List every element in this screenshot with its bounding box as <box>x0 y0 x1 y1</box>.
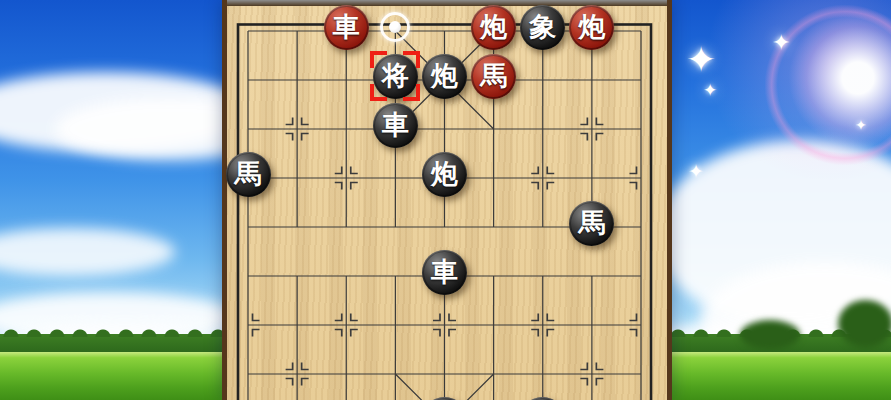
piece-black-chariot[interactable]: 車 <box>373 103 418 148</box>
piece-black-elephant[interactable]: 象 <box>520 5 565 50</box>
piece-glyph: 馬 <box>480 58 507 94</box>
piece-glyph: 炮 <box>431 58 458 94</box>
sun-flare-ring <box>760 0 891 170</box>
sparkle-icon: ✦ <box>686 42 716 78</box>
piece-unknown-dark-piece-cut-off[interactable] <box>422 397 467 400</box>
sparkle-icon: ✦ <box>688 162 704 181</box>
piece-glyph: 炮 <box>480 9 507 45</box>
piece-red-chariot[interactable]: 車 <box>324 5 369 50</box>
piece-red-horse[interactable]: 馬 <box>471 54 516 99</box>
piece-red-cannon[interactable]: 炮 <box>569 5 614 50</box>
piece-glyph: 車 <box>382 107 409 143</box>
xiangqi-board[interactable]: 車炮象炮将炮馬車馬炮馬車 <box>222 0 672 400</box>
sparkle-icon: ✦ <box>855 118 867 132</box>
piece-black-horse[interactable]: 馬 <box>569 201 614 246</box>
piece-red-cannon[interactable]: 炮 <box>471 5 516 50</box>
piece-glyph: 炮 <box>431 156 458 192</box>
piece-black-horse[interactable]: 馬 <box>226 152 271 197</box>
piece-unknown-dark-piece-cut-off[interactable] <box>520 397 565 400</box>
sparkle-icon: ✦ <box>703 82 717 99</box>
piece-glyph: 馬 <box>578 205 605 241</box>
piece-glyph: 象 <box>529 9 556 45</box>
piece-glyph: 炮 <box>578 9 605 45</box>
piece-glyph: 車 <box>333 9 360 45</box>
tree <box>740 320 800 350</box>
cloud <box>0 228 175 276</box>
selection-brackets <box>370 51 420 101</box>
piece-glyph: 馬 <box>235 156 262 192</box>
scene: ✦ ✦ ✦ ✦ ✦ ✦ ✦ 車炮象炮将炮馬車馬炮馬車 <box>0 0 891 400</box>
piece-black-cannon[interactable]: 炮 <box>422 152 467 197</box>
piece-black-chariot[interactable]: 車 <box>422 250 467 295</box>
piece-black-cannon[interactable]: 炮 <box>422 54 467 99</box>
pieces-layer: 車炮象炮将炮馬車馬炮馬車 <box>227 0 667 400</box>
piece-glyph: 車 <box>431 254 458 290</box>
sparkle-icon: ✦ <box>772 32 790 54</box>
tree <box>838 300 891 348</box>
